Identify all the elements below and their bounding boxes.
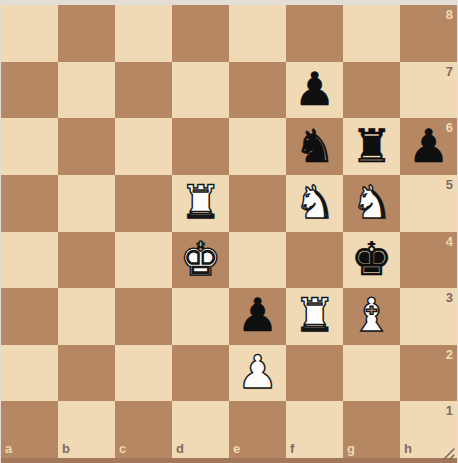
square-h7[interactable]: 7 (400, 62, 457, 119)
square-e2[interactable]: ♟ (229, 345, 286, 402)
square-a3[interactable] (1, 288, 58, 345)
piece-black-rook[interactable]: ♜ (351, 123, 392, 169)
square-e3[interactable]: ♟ (229, 288, 286, 345)
square-e4[interactable] (229, 232, 286, 289)
square-h4[interactable]: 4 (400, 232, 457, 289)
square-b4[interactable] (58, 232, 115, 289)
file-label-b: b (62, 442, 70, 455)
square-f6[interactable]: ♞ (286, 118, 343, 175)
resize-handle-icon[interactable] (441, 446, 456, 461)
square-h5[interactable]: 5 (400, 175, 457, 232)
square-f5[interactable]: ♞ (286, 175, 343, 232)
rank-label-5: 5 (446, 178, 453, 191)
file-label-f: f (290, 442, 294, 455)
square-g6[interactable]: ♜ (343, 118, 400, 175)
square-h8[interactable]: 8 (400, 5, 457, 62)
piece-black-pawn[interactable]: ♟ (294, 66, 335, 112)
square-a5[interactable] (1, 175, 58, 232)
piece-black-pawn[interactable]: ♟ (237, 292, 278, 338)
piece-white-knight[interactable]: ♞ (351, 179, 392, 225)
file-label-a: a (5, 442, 12, 455)
square-a8[interactable] (1, 5, 58, 62)
square-e8[interactable] (229, 5, 286, 62)
file-label-g: g (347, 442, 355, 455)
square-f1[interactable]: f (286, 401, 343, 458)
piece-black-knight[interactable]: ♞ (294, 123, 335, 169)
piece-white-pawn[interactable]: ♟ (237, 349, 278, 395)
square-c8[interactable] (115, 5, 172, 62)
file-label-d: d (176, 442, 184, 455)
square-d7[interactable] (172, 62, 229, 119)
square-a4[interactable] (1, 232, 58, 289)
piece-black-king[interactable]: ♚ (351, 236, 392, 282)
square-f3[interactable]: ♜ (286, 288, 343, 345)
rank-label-6: 6 (446, 121, 453, 134)
square-d8[interactable] (172, 5, 229, 62)
square-c7[interactable] (115, 62, 172, 119)
page-background: 8♟7♞♜♟6♜♞♞5♚♚4♟♜♝3♟2abcdefgh1 (0, 0, 458, 463)
square-h2[interactable]: 2 (400, 345, 457, 402)
square-h6[interactable]: ♟6 (400, 118, 457, 175)
square-c4[interactable] (115, 232, 172, 289)
rank-label-2: 2 (446, 348, 453, 361)
file-label-e: e (233, 442, 240, 455)
square-e1[interactable]: e (229, 401, 286, 458)
square-e6[interactable] (229, 118, 286, 175)
square-b7[interactable] (58, 62, 115, 119)
square-f2[interactable] (286, 345, 343, 402)
piece-white-rook[interactable]: ♜ (294, 292, 335, 338)
rank-label-4: 4 (446, 235, 453, 248)
square-d6[interactable] (172, 118, 229, 175)
square-b8[interactable] (58, 5, 115, 62)
rank-label-1: 1 (446, 404, 453, 417)
square-d4[interactable]: ♚ (172, 232, 229, 289)
file-label-c: c (119, 442, 126, 455)
square-e5[interactable] (229, 175, 286, 232)
square-g4[interactable]: ♚ (343, 232, 400, 289)
square-g3[interactable]: ♝ (343, 288, 400, 345)
piece-white-rook[interactable]: ♜ (180, 179, 221, 225)
square-f8[interactable] (286, 5, 343, 62)
square-b1[interactable]: b (58, 401, 115, 458)
square-c3[interactable] (115, 288, 172, 345)
square-b6[interactable] (58, 118, 115, 175)
chess-board: 8♟7♞♜♟6♜♞♞5♚♚4♟♜♝3♟2abcdefgh1 (1, 5, 457, 463)
square-g7[interactable] (343, 62, 400, 119)
square-a2[interactable] (1, 345, 58, 402)
square-g1[interactable]: g (343, 401, 400, 458)
square-c5[interactable] (115, 175, 172, 232)
square-d5[interactable]: ♜ (172, 175, 229, 232)
square-f4[interactable] (286, 232, 343, 289)
piece-black-pawn[interactable]: ♟ (408, 123, 449, 169)
square-a1[interactable]: a (1, 401, 58, 458)
piece-white-king[interactable]: ♚ (180, 236, 221, 282)
rank-label-7: 7 (446, 65, 453, 78)
piece-white-knight[interactable]: ♞ (294, 179, 335, 225)
square-a7[interactable] (1, 62, 58, 119)
rank-label-8: 8 (446, 8, 453, 21)
square-g5[interactable]: ♞ (343, 175, 400, 232)
square-f7[interactable]: ♟ (286, 62, 343, 119)
square-g8[interactable] (343, 5, 400, 62)
square-c6[interactable] (115, 118, 172, 175)
square-b5[interactable] (58, 175, 115, 232)
square-a6[interactable] (1, 118, 58, 175)
square-h3[interactable]: 3 (400, 288, 457, 345)
square-b2[interactable] (58, 345, 115, 402)
piece-white-bishop[interactable]: ♝ (351, 292, 392, 338)
file-label-h: h (404, 442, 412, 455)
square-c2[interactable] (115, 345, 172, 402)
rank-label-3: 3 (446, 291, 453, 304)
square-d2[interactable] (172, 345, 229, 402)
square-d1[interactable]: d (172, 401, 229, 458)
square-b3[interactable] (58, 288, 115, 345)
square-e7[interactable] (229, 62, 286, 119)
square-c1[interactable]: c (115, 401, 172, 458)
square-d3[interactable] (172, 288, 229, 345)
square-g2[interactable] (343, 345, 400, 402)
